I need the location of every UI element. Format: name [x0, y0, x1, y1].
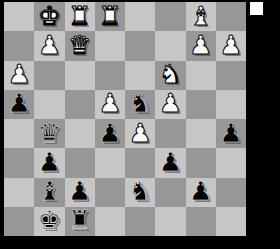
square-b3[interactable]: ♟: [34, 148, 64, 177]
square-d7[interactable]: [95, 31, 125, 60]
square-g3[interactable]: [186, 148, 216, 177]
square-e4[interactable]: ♟: [125, 119, 155, 148]
square-a5[interactable]: ♟: [4, 90, 34, 119]
white-pawn: ♟: [128, 120, 151, 146]
black-king: ♚: [38, 207, 61, 233]
square-c7[interactable]: ♛: [65, 31, 95, 60]
square-c4[interactable]: [65, 119, 95, 148]
black-pawn: ♟: [189, 178, 212, 204]
square-e7[interactable]: [125, 31, 155, 60]
white-pawn: ♟: [189, 32, 212, 58]
white-pawn: ♟: [38, 32, 61, 58]
square-e3[interactable]: [125, 148, 155, 177]
square-a4[interactable]: [4, 119, 34, 148]
square-g6[interactable]: [186, 61, 216, 90]
square-d2[interactable]: [95, 178, 125, 207]
square-b6[interactable]: [34, 61, 64, 90]
white-bishop: ♝: [189, 3, 212, 29]
square-f6[interactable]: ♞: [155, 61, 185, 90]
square-d5[interactable]: ♟: [95, 90, 125, 119]
square-h2[interactable]: [216, 178, 246, 207]
square-f1[interactable]: [155, 207, 185, 236]
square-c3[interactable]: [65, 148, 95, 177]
square-b7[interactable]: ♟: [34, 31, 64, 60]
square-c8[interactable]: ♜: [65, 2, 95, 31]
white-pawn: ♟: [219, 32, 242, 58]
square-g7[interactable]: ♟: [186, 31, 216, 60]
square-e5[interactable]: ♞: [125, 90, 155, 119]
square-b1[interactable]: ♚: [34, 207, 64, 236]
square-f5[interactable]: ♟: [155, 90, 185, 119]
white-knight: ♞: [159, 61, 182, 87]
square-a2[interactable]: [4, 178, 34, 207]
square-c1[interactable]: ♜: [65, 207, 95, 236]
square-e8[interactable]: [125, 2, 155, 31]
square-a8[interactable]: [4, 2, 34, 31]
black-rook: ♜: [68, 207, 91, 233]
black-queen: ♛: [38, 120, 61, 146]
square-a1[interactable]: [4, 207, 34, 236]
white-rook: ♜: [98, 3, 121, 29]
square-h5[interactable]: [216, 90, 246, 119]
square-e6[interactable]: [125, 61, 155, 90]
square-b5[interactable]: [34, 90, 64, 119]
square-e2[interactable]: ♞: [125, 178, 155, 207]
square-g1[interactable]: [186, 207, 216, 236]
square-g2[interactable]: ♟: [186, 178, 216, 207]
black-pawn: ♟: [38, 149, 61, 175]
square-f2[interactable]: [155, 178, 185, 207]
black-pawn: ♟: [98, 120, 121, 146]
square-f7[interactable]: [155, 31, 185, 60]
square-b2[interactable]: ♝: [34, 178, 64, 207]
white-queen: ♛: [68, 32, 91, 58]
square-g5[interactable]: [186, 90, 216, 119]
square-h4[interactable]: ♟: [216, 119, 246, 148]
square-a7[interactable]: [4, 31, 34, 60]
square-b8[interactable]: ♚: [34, 2, 64, 31]
square-h1[interactable]: [216, 207, 246, 236]
chess-board: ♚♜♜♝♟♛♟♟♟♞♟♟♞♟♛♟♟♟♟♟♝♟♞♟♚♜: [4, 2, 246, 236]
white-pawn: ♟: [7, 61, 30, 87]
square-h8[interactable]: [216, 2, 246, 31]
square-d4[interactable]: ♟: [95, 119, 125, 148]
black-pawn: ♟: [68, 178, 91, 204]
square-h6[interactable]: [216, 61, 246, 90]
square-f8[interactable]: [155, 2, 185, 31]
square-c6[interactable]: [65, 61, 95, 90]
square-d8[interactable]: ♜: [95, 2, 125, 31]
square-h7[interactable]: ♟: [216, 31, 246, 60]
square-g8[interactable]: ♝: [186, 2, 216, 31]
black-pawn: ♟: [159, 149, 182, 175]
white-king: ♚: [38, 3, 61, 29]
square-d1[interactable]: [95, 207, 125, 236]
chess-diagram: ♚♜♜♝♟♛♟♟♟♞♟♟♞♟♛♟♟♟♟♟♝♟♞♟♚♜: [0, 0, 280, 249]
side-to-move-indicator: [250, 2, 263, 15]
square-h3[interactable]: [216, 148, 246, 177]
white-pawn: ♟: [98, 90, 121, 116]
square-d6[interactable]: [95, 61, 125, 90]
square-f4[interactable]: [155, 119, 185, 148]
square-a6[interactable]: ♟: [4, 61, 34, 90]
square-c5[interactable]: [65, 90, 95, 119]
black-knight: ♞: [128, 90, 151, 116]
black-bishop: ♝: [38, 178, 61, 204]
white-pawn: ♟: [159, 90, 182, 116]
black-pawn: ♟: [7, 90, 30, 116]
white-rook: ♜: [68, 3, 91, 29]
square-b4[interactable]: ♛: [34, 119, 64, 148]
square-g4[interactable]: [186, 119, 216, 148]
square-a3[interactable]: [4, 148, 34, 177]
square-c2[interactable]: ♟: [65, 178, 95, 207]
black-knight: ♞: [128, 178, 151, 204]
square-d3[interactable]: [95, 148, 125, 177]
black-pawn: ♟: [219, 120, 242, 146]
square-f3[interactable]: ♟: [155, 148, 185, 177]
square-e1[interactable]: [125, 207, 155, 236]
